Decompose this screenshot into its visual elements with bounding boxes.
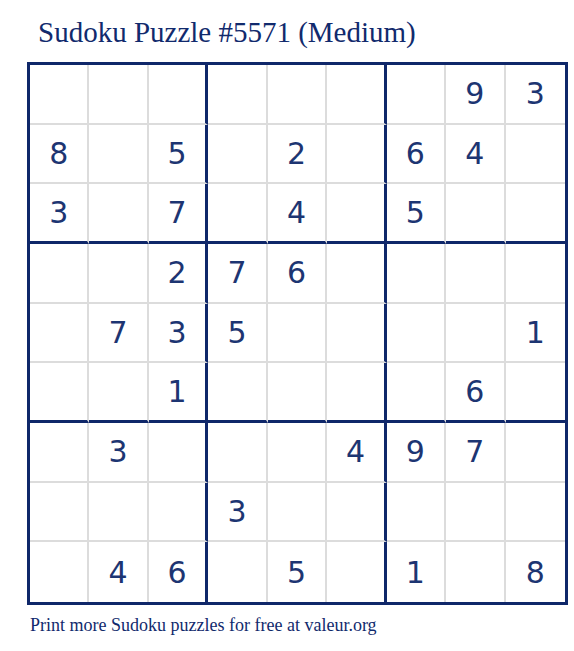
cell-r8c1 bbox=[30, 483, 89, 543]
cell-r7c1 bbox=[30, 423, 89, 483]
cell-r1c3 bbox=[149, 65, 208, 125]
cell-r3c7: 5 bbox=[387, 184, 446, 244]
digit: 7 bbox=[109, 315, 128, 350]
digit: 1 bbox=[406, 555, 425, 590]
cell-r1c7 bbox=[387, 65, 446, 125]
digit: 5 bbox=[228, 315, 247, 350]
cell-r2c8: 4 bbox=[446, 125, 505, 185]
cell-r8c4: 3 bbox=[208, 483, 267, 543]
cell-r3c8 bbox=[446, 184, 505, 244]
cell-r2c6 bbox=[327, 125, 386, 185]
cell-r7c8: 7 bbox=[446, 423, 505, 483]
cell-r6c4 bbox=[208, 363, 267, 423]
cell-r3c2 bbox=[89, 184, 148, 244]
page-title: Sudoku Puzzle #5571 (Medium) bbox=[38, 14, 416, 50]
cell-r7c6: 4 bbox=[327, 423, 386, 483]
cell-r2c5: 2 bbox=[268, 125, 327, 185]
digit: 4 bbox=[346, 434, 365, 469]
cell-r8c8 bbox=[446, 483, 505, 543]
cell-r7c5 bbox=[268, 423, 327, 483]
digit: 6 bbox=[406, 136, 425, 171]
cell-r3c9 bbox=[506, 184, 565, 244]
cell-r2c1: 8 bbox=[30, 125, 89, 185]
cell-r4c4: 7 bbox=[208, 244, 267, 304]
cell-r9c9: 8 bbox=[506, 542, 565, 602]
digit: 3 bbox=[228, 494, 247, 529]
digit: 6 bbox=[287, 255, 306, 290]
cell-r9c1 bbox=[30, 542, 89, 602]
digit: 4 bbox=[287, 195, 306, 230]
cell-r6c1 bbox=[30, 363, 89, 423]
cell-r8c3 bbox=[149, 483, 208, 543]
digit: 1 bbox=[526, 315, 545, 350]
digit: 3 bbox=[109, 434, 128, 469]
cell-r5c5 bbox=[268, 304, 327, 364]
digit: 8 bbox=[49, 136, 68, 171]
digit: 7 bbox=[168, 195, 187, 230]
digit: 1 bbox=[168, 374, 187, 409]
cell-r5c9: 1 bbox=[506, 304, 565, 364]
digit: 9 bbox=[406, 434, 425, 469]
cell-r1c8: 9 bbox=[446, 65, 505, 125]
cell-r5c7 bbox=[387, 304, 446, 364]
cell-r7c3 bbox=[149, 423, 208, 483]
digit: 7 bbox=[465, 434, 484, 469]
digit: 8 bbox=[526, 555, 545, 590]
cell-r1c6 bbox=[327, 65, 386, 125]
cell-r6c5 bbox=[268, 363, 327, 423]
cell-r6c3: 1 bbox=[149, 363, 208, 423]
digit: 5 bbox=[168, 136, 187, 171]
cell-r7c9 bbox=[506, 423, 565, 483]
cell-r5c4: 5 bbox=[208, 304, 267, 364]
cell-r1c2 bbox=[89, 65, 148, 125]
cell-r3c4 bbox=[208, 184, 267, 244]
cell-r9c2: 4 bbox=[89, 542, 148, 602]
cell-r6c2 bbox=[89, 363, 148, 423]
digit: 4 bbox=[465, 136, 484, 171]
digit: 9 bbox=[465, 76, 484, 111]
digit: 5 bbox=[406, 195, 425, 230]
cell-r5c8 bbox=[446, 304, 505, 364]
cell-r9c4 bbox=[208, 542, 267, 602]
cell-r7c2: 3 bbox=[89, 423, 148, 483]
cell-r5c2: 7 bbox=[89, 304, 148, 364]
cell-r2c9 bbox=[506, 125, 565, 185]
cell-r4c5: 6 bbox=[268, 244, 327, 304]
sudoku-page: Sudoku Puzzle #5571 (Medium) 93852643745… bbox=[0, 0, 574, 651]
cell-r4c8 bbox=[446, 244, 505, 304]
digit: 6 bbox=[465, 374, 484, 409]
cell-r4c9 bbox=[506, 244, 565, 304]
cell-r6c7 bbox=[387, 363, 446, 423]
cell-r7c4 bbox=[208, 423, 267, 483]
cell-r8c2 bbox=[89, 483, 148, 543]
cell-r9c5: 5 bbox=[268, 542, 327, 602]
cell-r1c1 bbox=[30, 65, 89, 125]
cell-r5c3: 3 bbox=[149, 304, 208, 364]
cell-r3c5: 4 bbox=[268, 184, 327, 244]
digit: 4 bbox=[109, 555, 128, 590]
cell-r7c7: 9 bbox=[387, 423, 446, 483]
cell-r9c6 bbox=[327, 542, 386, 602]
cell-r5c1 bbox=[30, 304, 89, 364]
cell-r8c7 bbox=[387, 483, 446, 543]
footer-text: Print more Sudoku puzzles for free at va… bbox=[30, 613, 377, 637]
cell-r3c1: 3 bbox=[30, 184, 89, 244]
cell-r4c7 bbox=[387, 244, 446, 304]
cell-r4c6 bbox=[327, 244, 386, 304]
cell-r9c3: 6 bbox=[149, 542, 208, 602]
cell-r9c8 bbox=[446, 542, 505, 602]
cell-r4c1 bbox=[30, 244, 89, 304]
digit: 2 bbox=[287, 136, 306, 171]
cell-r8c5 bbox=[268, 483, 327, 543]
cell-r1c9: 3 bbox=[506, 65, 565, 125]
cell-r8c9 bbox=[506, 483, 565, 543]
cell-r4c2 bbox=[89, 244, 148, 304]
cell-r2c7: 6 bbox=[387, 125, 446, 185]
sudoku-board: 938526437452767351163497346518 bbox=[27, 62, 568, 605]
digit: 6 bbox=[168, 555, 187, 590]
cell-r2c4 bbox=[208, 125, 267, 185]
cell-r6c8: 6 bbox=[446, 363, 505, 423]
cell-r5c6 bbox=[327, 304, 386, 364]
digit: 7 bbox=[228, 255, 247, 290]
cell-r3c6 bbox=[327, 184, 386, 244]
cell-r1c4 bbox=[208, 65, 267, 125]
digit: 3 bbox=[49, 195, 68, 230]
cell-r3c3: 7 bbox=[149, 184, 208, 244]
digit: 3 bbox=[526, 76, 545, 111]
cell-r9c7: 1 bbox=[387, 542, 446, 602]
cell-r4c3: 2 bbox=[149, 244, 208, 304]
cell-r6c6 bbox=[327, 363, 386, 423]
cell-r2c3: 5 bbox=[149, 125, 208, 185]
cell-r1c5 bbox=[268, 65, 327, 125]
digit: 3 bbox=[168, 315, 187, 350]
cell-r2c2 bbox=[89, 125, 148, 185]
cell-r8c6 bbox=[327, 483, 386, 543]
digit: 5 bbox=[287, 555, 306, 590]
digit: 2 bbox=[168, 255, 187, 290]
cell-r6c9 bbox=[506, 363, 565, 423]
